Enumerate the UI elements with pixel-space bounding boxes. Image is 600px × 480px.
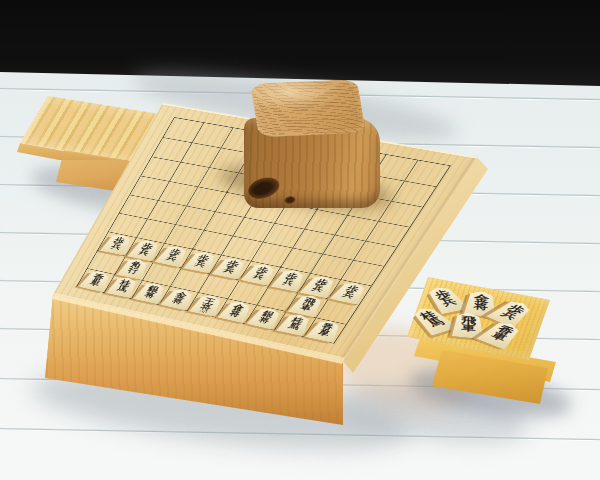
- scene: 歩兵歩兵歩兵歩兵歩兵歩兵歩兵歩兵歩兵角行飛車香車桂馬銀将金将王将金将銀将桂馬香車…: [0, 0, 600, 480]
- maker-signature: [200, 310, 208, 313]
- piece-kanji: 車: [317, 329, 330, 337]
- piece-kanji: 車: [461, 324, 475, 333]
- piece-kanji: 行: [127, 267, 139, 274]
- piece-kanji: 兵: [439, 297, 457, 307]
- piece-kanji: 兵: [281, 279, 294, 287]
- piece-kanji: 将: [228, 310, 240, 318]
- piece-kanji: 兵: [223, 266, 235, 274]
- piece-kanji: 馬: [426, 318, 445, 328]
- piece-kanji: 兵: [341, 291, 354, 299]
- knot-hole: [246, 174, 283, 203]
- piece-kanji: 兵: [252, 272, 265, 280]
- piece-kanji: 兵: [311, 285, 324, 293]
- knot-hole-small: [283, 195, 296, 205]
- piece-kanji: 将: [257, 316, 270, 324]
- piece-kanji: 将: [171, 297, 183, 305]
- piece-kanji: 兵: [165, 254, 177, 262]
- piece-kanji: 将: [473, 302, 487, 311]
- piece-kanji: 車: [490, 331, 508, 342]
- piece-kanji: 将: [144, 291, 156, 298]
- piece-kanji: 車: [299, 304, 312, 312]
- piece-kanji: 兵: [194, 260, 206, 267]
- piece-kanji: 兵: [110, 243, 122, 250]
- piece-kanji: 車: [88, 279, 100, 286]
- piece-box-top: [250, 79, 366, 138]
- piece-kanji: 兵: [500, 309, 519, 320]
- piece-kanji: 兵: [138, 249, 150, 256]
- piece-kanji: 馬: [287, 323, 300, 331]
- piece-kanji: 馬: [116, 285, 128, 292]
